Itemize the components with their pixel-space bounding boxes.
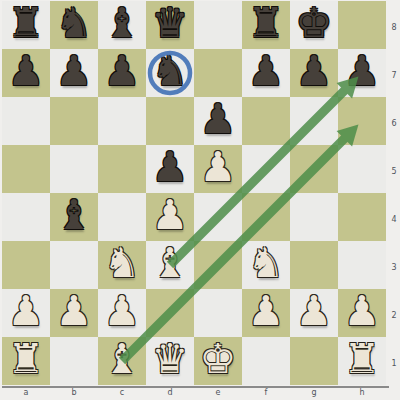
rank-label-3: 3 <box>389 263 399 273</box>
square-f8[interactable]: ♜ <box>242 1 290 49</box>
piece-white-bishop[interactable]: ♝ <box>152 240 189 291</box>
square-c7[interactable]: ♟ <box>98 49 146 97</box>
file-label-h: h <box>356 388 368 398</box>
square-h4[interactable] <box>338 193 386 241</box>
square-g4[interactable] <box>290 193 338 241</box>
square-h5[interactable] <box>338 145 386 193</box>
rank-label-5: 5 <box>389 167 399 177</box>
square-f2[interactable]: ♟ <box>242 289 290 337</box>
square-b3[interactable] <box>50 241 98 289</box>
square-g6[interactable] <box>290 97 338 145</box>
file-label-e: e <box>212 388 224 398</box>
square-d6[interactable] <box>146 97 194 145</box>
square-c8[interactable]: ♝ <box>98 1 146 49</box>
square-b5[interactable] <box>50 145 98 193</box>
piece-white-pawn[interactable]: ♟ <box>56 288 93 339</box>
piece-white-knight[interactable]: ♞ <box>104 240 141 291</box>
piece-white-rook[interactable]: ♜ <box>8 336 45 387</box>
square-e8[interactable] <box>194 1 242 49</box>
piece-black-pawn[interactable]: ♟ <box>248 48 285 99</box>
rank-label-6: 6 <box>389 119 399 129</box>
piece-black-pawn[interactable]: ♟ <box>344 48 381 99</box>
square-e3[interactable] <box>194 241 242 289</box>
square-c4[interactable] <box>98 193 146 241</box>
piece-white-king[interactable]: ♚ <box>200 336 237 387</box>
square-f1[interactable] <box>242 337 290 385</box>
square-h1[interactable]: ♜ <box>338 337 386 385</box>
piece-white-pawn[interactable]: ♟ <box>344 288 381 339</box>
square-b7[interactable]: ♟ <box>50 49 98 97</box>
square-e4[interactable] <box>194 193 242 241</box>
square-c3[interactable]: ♞ <box>98 241 146 289</box>
square-f7[interactable]: ♟ <box>242 49 290 97</box>
square-c6[interactable] <box>98 97 146 145</box>
piece-black-pawn[interactable]: ♟ <box>56 48 93 99</box>
file-label-a: a <box>20 388 32 398</box>
square-d7[interactable]: ♞ <box>146 49 194 97</box>
square-h6[interactable] <box>338 97 386 145</box>
square-g2[interactable]: ♟ <box>290 289 338 337</box>
rank-label-4: 4 <box>389 215 399 225</box>
square-h7[interactable]: ♟ <box>338 49 386 97</box>
square-f5[interactable] <box>242 145 290 193</box>
piece-black-queen[interactable]: ♛ <box>152 0 189 51</box>
square-b4[interactable]: ♝ <box>50 193 98 241</box>
square-g7[interactable]: ♟ <box>290 49 338 97</box>
piece-black-pawn[interactable]: ♟ <box>8 48 45 99</box>
file-label-d: d <box>164 388 176 398</box>
square-d3[interactable]: ♝ <box>146 241 194 289</box>
piece-black-rook[interactable]: ♜ <box>8 0 45 51</box>
square-d2[interactable] <box>146 289 194 337</box>
square-f6[interactable] <box>242 97 290 145</box>
square-d4[interactable]: ♟ <box>146 193 194 241</box>
board-bottom-edge <box>2 386 389 388</box>
piece-white-knight[interactable]: ♞ <box>248 240 285 291</box>
square-e2[interactable] <box>194 289 242 337</box>
piece-white-rook[interactable]: ♜ <box>344 336 381 387</box>
square-e1[interactable]: ♚ <box>194 337 242 385</box>
square-c2[interactable]: ♟ <box>98 289 146 337</box>
rank-label-1: 1 <box>389 359 399 369</box>
square-e6[interactable]: ♟ <box>194 97 242 145</box>
square-d8[interactable]: ♛ <box>146 1 194 49</box>
square-c1[interactable]: ♝ <box>98 337 146 385</box>
square-g5[interactable] <box>290 145 338 193</box>
square-f3[interactable]: ♞ <box>242 241 290 289</box>
piece-white-bishop[interactable]: ♝ <box>104 336 141 387</box>
file-label-g: g <box>308 388 320 398</box>
board-squares: ♜♞♝♛♜♚♟♟♟♞♟♟♟♟♟♟♝♟♞♝♞♟♟♟♟♟♟♜♝♛♚♜ <box>2 1 386 385</box>
square-h8[interactable] <box>338 1 386 49</box>
square-g1[interactable] <box>290 337 338 385</box>
square-d5[interactable]: ♟ <box>146 145 194 193</box>
chess-board: ♜♞♝♛♜♚♟♟♟♞♟♟♟♟♟♟♝♟♞♝♞♟♟♟♟♟♟♜♝♛♚♜ 8765432… <box>0 0 400 400</box>
square-d1[interactable]: ♛ <box>146 337 194 385</box>
square-a2[interactable]: ♟ <box>2 289 50 337</box>
square-a8[interactable]: ♜ <box>2 1 50 49</box>
piece-black-rook[interactable]: ♜ <box>248 0 285 51</box>
square-a5[interactable] <box>2 145 50 193</box>
square-b2[interactable]: ♟ <box>50 289 98 337</box>
piece-white-pawn[interactable]: ♟ <box>296 288 333 339</box>
square-a6[interactable] <box>2 97 50 145</box>
square-a7[interactable]: ♟ <box>2 49 50 97</box>
piece-black-pawn[interactable]: ♟ <box>104 48 141 99</box>
piece-black-pawn[interactable]: ♟ <box>200 96 237 147</box>
piece-black-knight[interactable]: ♞ <box>56 0 93 51</box>
piece-white-pawn[interactable]: ♟ <box>248 288 285 339</box>
file-label-c: c <box>116 388 128 398</box>
square-b8[interactable]: ♞ <box>50 1 98 49</box>
square-h3[interactable] <box>338 241 386 289</box>
piece-white-queen[interactable]: ♛ <box>152 336 189 387</box>
piece-black-pawn[interactable]: ♟ <box>296 48 333 99</box>
square-e5[interactable]: ♟ <box>194 145 242 193</box>
piece-black-pawn[interactable]: ♟ <box>152 144 189 195</box>
square-g8[interactable]: ♚ <box>290 1 338 49</box>
piece-white-pawn[interactable]: ♟ <box>8 288 45 339</box>
file-label-b: b <box>68 388 80 398</box>
rank-label-2: 2 <box>389 311 399 321</box>
square-h2[interactable]: ♟ <box>338 289 386 337</box>
square-c5[interactable] <box>98 145 146 193</box>
square-a4[interactable] <box>2 193 50 241</box>
piece-black-bishop[interactable]: ♝ <box>104 0 141 51</box>
square-b6[interactable] <box>50 97 98 145</box>
piece-black-bishop[interactable]: ♝ <box>56 192 93 243</box>
file-label-f: f <box>260 388 272 398</box>
square-e7[interactable] <box>194 49 242 97</box>
square-b1[interactable] <box>50 337 98 385</box>
piece-black-king[interactable]: ♚ <box>296 0 333 51</box>
piece-white-pawn[interactable]: ♟ <box>104 288 141 339</box>
rank-label-7: 7 <box>389 71 399 81</box>
rank-label-8: 8 <box>389 23 399 33</box>
square-g3[interactable] <box>290 241 338 289</box>
square-a3[interactable] <box>2 241 50 289</box>
square-a1[interactable]: ♜ <box>2 337 50 385</box>
piece-white-pawn[interactable]: ♟ <box>152 192 189 243</box>
piece-white-pawn[interactable]: ♟ <box>200 144 237 195</box>
square-f4[interactable] <box>242 193 290 241</box>
piece-black-knight[interactable]: ♞ <box>152 48 189 99</box>
